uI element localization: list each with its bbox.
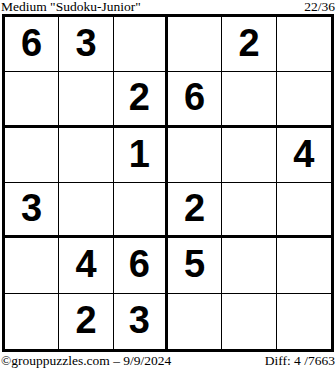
given-digit: 6: [21, 24, 42, 62]
cell-r4c2[interactable]: [59, 183, 113, 238]
cell-r6c6[interactable]: [277, 294, 331, 349]
given-digit: 2: [75, 301, 96, 339]
cell-r5c6[interactable]: [277, 238, 331, 293]
cell-r4c1[interactable]: 3: [5, 183, 59, 238]
given-digit: 3: [75, 24, 96, 62]
cell-r2c2[interactable]: [59, 72, 113, 127]
cell-r6c4[interactable]: [168, 294, 222, 349]
cell-r2c1[interactable]: [5, 72, 59, 127]
header: Medium "Sudoku-Junior" 22/36: [1, 0, 335, 13]
given-digit: 6: [184, 78, 205, 116]
given-digit: 2: [184, 189, 205, 227]
cell-r1c5[interactable]: 2: [222, 17, 276, 72]
given-digit: 6: [129, 245, 150, 283]
cell-r1c4[interactable]: [168, 17, 222, 72]
cell-r3c2[interactable]: [59, 128, 113, 183]
sudoku-board: 63226143246523: [2, 14, 334, 352]
cell-r2c6[interactable]: [277, 72, 331, 127]
cell-r6c5[interactable]: [222, 294, 276, 349]
cell-r5c2[interactable]: 4: [59, 238, 113, 293]
cell-r5c4[interactable]: 5: [168, 238, 222, 293]
cell-r3c5[interactable]: [222, 128, 276, 183]
cell-r3c3[interactable]: 1: [114, 128, 168, 183]
copyright-text: ©grouppuzzles.com – 9/9/2024: [1, 354, 171, 368]
given-digit: 4: [75, 245, 96, 283]
cell-r4c6[interactable]: [277, 183, 331, 238]
cell-r2c3[interactable]: 2: [114, 72, 168, 127]
cell-r1c3[interactable]: [114, 17, 168, 72]
cell-r3c4[interactable]: [168, 128, 222, 183]
puzzle-page: Medium "Sudoku-Junior" 22/36 63226143246…: [0, 0, 336, 370]
puzzle-title: Medium "Sudoku-Junior": [1, 0, 141, 13]
cell-r1c2[interactable]: 3: [59, 17, 113, 72]
given-digit: 4: [293, 135, 314, 173]
difficulty-text: Diff: 4 /7663: [265, 354, 335, 368]
cell-r5c5[interactable]: [222, 238, 276, 293]
cell-r4c3[interactable]: [114, 183, 168, 238]
given-digit: 2: [129, 78, 150, 116]
cell-r6c2[interactable]: 2: [59, 294, 113, 349]
cell-r6c3[interactable]: 3: [114, 294, 168, 349]
given-digit: 2: [238, 24, 259, 62]
cell-r4c4[interactable]: 2: [168, 183, 222, 238]
given-digit: 3: [21, 189, 42, 227]
cell-r5c3[interactable]: 6: [114, 238, 168, 293]
cell-r1c1[interactable]: 6: [5, 17, 59, 72]
given-digit: 3: [129, 301, 150, 339]
cell-r3c1[interactable]: [5, 128, 59, 183]
cell-r2c4[interactable]: 6: [168, 72, 222, 127]
cell-r4c5[interactable]: [222, 183, 276, 238]
cell-r6c1[interactable]: [5, 294, 59, 349]
footer: ©grouppuzzles.com – 9/9/2024 Diff: 4 /76…: [1, 353, 335, 368]
cell-r2c5[interactable]: [222, 72, 276, 127]
given-digit: 1: [129, 135, 150, 173]
given-digit: 5: [184, 245, 205, 283]
cell-r3c6[interactable]: 4: [277, 128, 331, 183]
cell-r5c1[interactable]: [5, 238, 59, 293]
progress-count: 22/36: [304, 0, 335, 13]
cell-r1c6[interactable]: [277, 17, 331, 72]
